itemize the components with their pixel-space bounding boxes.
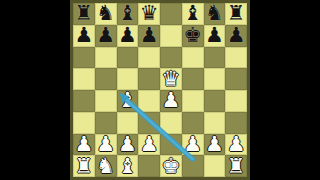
black-knight[interactable]: ♞	[96, 3, 115, 24]
square-g7[interactable]: ♟	[204, 25, 226, 47]
white-pawn[interactable]: ♟	[118, 134, 137, 155]
black-queen[interactable]: ♛	[140, 3, 159, 24]
white-rook[interactable]: ♜	[227, 156, 246, 177]
white-pawn[interactable]: ♟	[96, 134, 115, 155]
white-pawn[interactable]: ♟	[74, 134, 93, 155]
square-c7[interactable]: ♟	[117, 25, 139, 47]
white-knight[interactable]: ♞	[96, 156, 115, 177]
square-a4[interactable]	[73, 90, 95, 112]
black-pawn[interactable]: ♟	[96, 25, 115, 46]
black-pawn[interactable]: ♟	[140, 25, 159, 46]
white-pawn[interactable]: ♟	[140, 134, 159, 155]
chess-board[interactable]: ♜♞♝♛♝♞♜♟♟♟♟♚♟♟♛♝♟♟♟♟♟♟♟♟♜♞♝♚♜	[73, 3, 247, 177]
black-pawn[interactable]: ♟	[118, 25, 137, 46]
square-b3[interactable]	[95, 112, 117, 134]
square-e6[interactable]	[160, 47, 182, 69]
square-f7[interactable]: ♚	[182, 25, 204, 47]
square-c5[interactable]	[117, 68, 139, 90]
square-g1[interactable]	[204, 155, 226, 177]
square-e2[interactable]	[160, 134, 182, 156]
white-queen[interactable]: ♛	[161, 69, 180, 90]
square-g3[interactable]	[204, 112, 226, 134]
square-a1[interactable]: ♜	[73, 155, 95, 177]
square-g2[interactable]: ♟	[204, 134, 226, 156]
square-h2[interactable]: ♟	[225, 134, 247, 156]
square-c6[interactable]	[117, 47, 139, 69]
square-b5[interactable]	[95, 68, 117, 90]
square-a5[interactable]	[73, 68, 95, 90]
square-e4[interactable]: ♟	[160, 90, 182, 112]
black-pawn[interactable]: ♟	[227, 25, 246, 46]
square-c2[interactable]: ♟	[117, 134, 139, 156]
square-e1[interactable]: ♚	[160, 155, 182, 177]
black-bishop[interactable]: ♝	[118, 3, 137, 24]
square-e7[interactable]	[160, 25, 182, 47]
square-h8[interactable]: ♜	[225, 3, 247, 25]
letterbox-left	[0, 0, 70, 180]
square-e5[interactable]: ♛	[160, 68, 182, 90]
square-g4[interactable]	[204, 90, 226, 112]
square-b1[interactable]: ♞	[95, 155, 117, 177]
white-pawn[interactable]: ♟	[227, 134, 246, 155]
square-a3[interactable]	[73, 112, 95, 134]
square-g5[interactable]	[204, 68, 226, 90]
white-king[interactable]: ♚	[161, 156, 180, 177]
square-f4[interactable]	[182, 90, 204, 112]
square-d4[interactable]	[138, 90, 160, 112]
square-a7[interactable]: ♟	[73, 25, 95, 47]
square-c3[interactable]	[117, 112, 139, 134]
square-d5[interactable]	[138, 68, 160, 90]
square-a6[interactable]	[73, 47, 95, 69]
square-c4[interactable]: ♝	[117, 90, 139, 112]
square-d7[interactable]: ♟	[138, 25, 160, 47]
square-f6[interactable]	[182, 47, 204, 69]
white-pawn[interactable]: ♟	[183, 134, 202, 155]
black-king[interactable]: ♚	[183, 25, 202, 46]
square-f2[interactable]: ♟	[182, 134, 204, 156]
square-c8[interactable]: ♝	[117, 3, 139, 25]
square-e3[interactable]	[160, 112, 182, 134]
square-h4[interactable]	[225, 90, 247, 112]
white-pawn[interactable]: ♟	[205, 134, 224, 155]
black-pawn[interactable]: ♟	[205, 25, 224, 46]
square-h1[interactable]: ♜	[225, 155, 247, 177]
black-bishop[interactable]: ♝	[183, 3, 202, 24]
black-rook[interactable]: ♜	[227, 3, 246, 24]
white-rook[interactable]: ♜	[74, 156, 93, 177]
square-b6[interactable]	[95, 47, 117, 69]
square-f3[interactable]	[182, 112, 204, 134]
black-knight[interactable]: ♞	[205, 3, 224, 24]
square-e8[interactable]	[160, 3, 182, 25]
square-h3[interactable]	[225, 112, 247, 134]
square-b4[interactable]	[95, 90, 117, 112]
screenshot-canvas: ♜♞♝♛♝♞♜♟♟♟♟♚♟♟♛♝♟♟♟♟♟♟♟♟♜♞♝♚♜	[0, 0, 320, 180]
square-d6[interactable]	[138, 47, 160, 69]
square-h7[interactable]: ♟	[225, 25, 247, 47]
square-f5[interactable]	[182, 68, 204, 90]
square-d8[interactable]: ♛	[138, 3, 160, 25]
square-d1[interactable]	[138, 155, 160, 177]
square-g6[interactable]	[204, 47, 226, 69]
black-pawn[interactable]: ♟	[74, 25, 93, 46]
square-h6[interactable]	[225, 47, 247, 69]
white-bishop[interactable]: ♝	[118, 90, 137, 111]
white-pawn[interactable]: ♟	[161, 90, 180, 111]
square-f8[interactable]: ♝	[182, 3, 204, 25]
square-a8[interactable]: ♜	[73, 3, 95, 25]
square-b7[interactable]: ♟	[95, 25, 117, 47]
square-g8[interactable]: ♞	[204, 3, 226, 25]
black-rook[interactable]: ♜	[74, 3, 93, 24]
square-h5[interactable]	[225, 68, 247, 90]
square-a2[interactable]: ♟	[73, 134, 95, 156]
letterbox-right	[250, 0, 320, 180]
square-d3[interactable]	[138, 112, 160, 134]
square-f1[interactable]	[182, 155, 204, 177]
white-bishop[interactable]: ♝	[118, 156, 137, 177]
square-b2[interactable]: ♟	[95, 134, 117, 156]
square-b8[interactable]: ♞	[95, 3, 117, 25]
chess-board-frame: ♜♞♝♛♝♞♜♟♟♟♟♚♟♟♛♝♟♟♟♟♟♟♟♟♜♞♝♚♜	[70, 0, 250, 180]
square-d2[interactable]: ♟	[138, 134, 160, 156]
square-c1[interactable]: ♝	[117, 155, 139, 177]
